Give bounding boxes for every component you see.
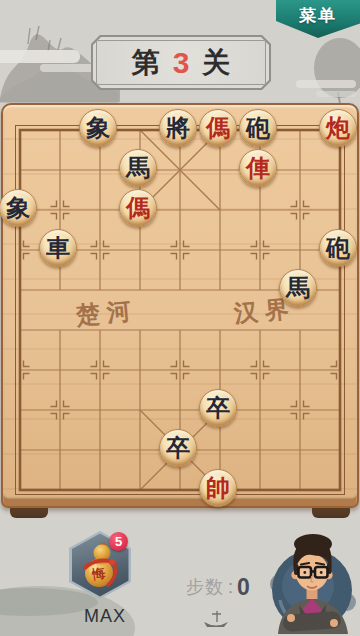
step-counter: 步数 : 0: [158, 572, 278, 602]
piece-black-車[interactable]: 車: [39, 229, 77, 267]
piece-red-俥[interactable]: 俥: [239, 149, 277, 187]
piece-black-卒[interactable]: 卒: [199, 389, 237, 427]
undo-max-label: MAX: [65, 606, 145, 627]
undo-count: 5: [115, 534, 122, 549]
game-screen: 菜单 第 3 关 楚河 汉界 象將傌砲炮馬俥象傌車砲馬卒卒帥: [0, 0, 360, 636]
boat-art: [204, 622, 228, 627]
piece-red-傌[interactable]: 傌: [199, 109, 237, 147]
piece-red-炮[interactable]: 炮: [319, 109, 357, 147]
step-counter-separator: :: [228, 577, 233, 598]
step-counter-value: 0: [237, 574, 250, 601]
level-prefix: 第: [132, 49, 160, 77]
piece-red-傌[interactable]: 傌: [119, 189, 157, 227]
undo-char: 悔: [90, 565, 106, 582]
level-plaque-frame: 第 3 关: [93, 37, 269, 88]
undo-count-badge: 5: [109, 532, 128, 551]
piece-black-象[interactable]: 象: [79, 109, 117, 147]
menu-button-label: 菜单: [299, 6, 337, 25]
piece-black-砲[interactable]: 砲: [319, 229, 357, 267]
player-avatar[interactable]: [268, 526, 358, 634]
level-suffix: 关: [202, 49, 230, 77]
pieces-grid: 象將傌砲炮馬俥象傌車砲馬卒卒帥: [0, 108, 358, 508]
level-plaque: 第 3 关: [91, 35, 271, 90]
level-number: 3: [173, 48, 190, 78]
avatar-portrait-icon: [268, 526, 358, 634]
piece-black-將[interactable]: 將: [159, 109, 197, 147]
piece-black-砲[interactable]: 砲: [239, 109, 277, 147]
piece-black-馬[interactable]: 馬: [119, 149, 157, 187]
piece-black-象[interactable]: 象: [0, 189, 37, 227]
piece-black-馬[interactable]: 馬: [279, 269, 317, 307]
step-counter-label: 步数: [186, 575, 224, 599]
piece-red-帥[interactable]: 帥: [199, 469, 237, 507]
piece-black-卒[interactable]: 卒: [159, 429, 197, 467]
